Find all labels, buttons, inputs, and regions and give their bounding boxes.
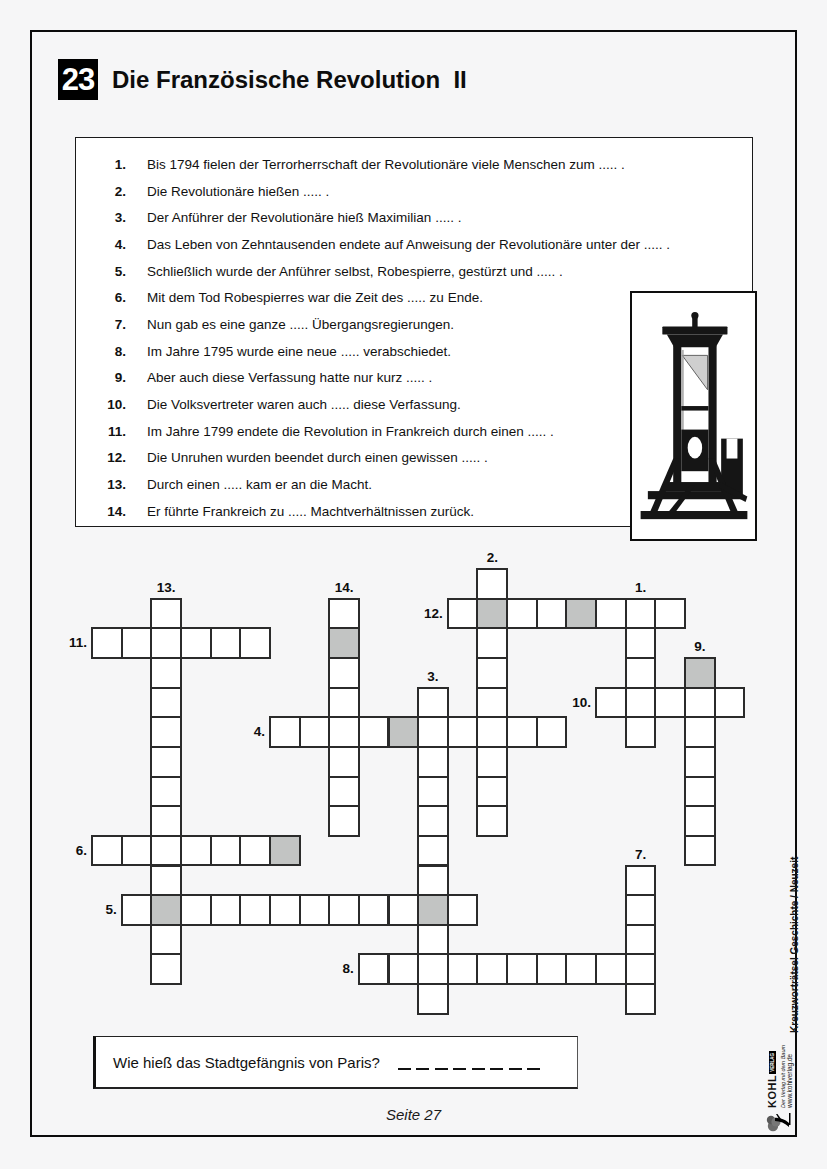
- clue-text: Die Unruhen wurden beendet durch einen g…: [126, 450, 488, 465]
- answer-blanks: [398, 1055, 546, 1070]
- grid-cell[interactable]: [536, 716, 568, 748]
- grid-cell[interactable]: [91, 835, 123, 867]
- grid-cell[interactable]: [417, 835, 449, 867]
- grid-cell[interactable]: [476, 687, 508, 719]
- grid-cell[interactable]: [150, 835, 182, 867]
- grid-cell[interactable]: [299, 894, 331, 926]
- grid-cell-solution[interactable]: [328, 627, 360, 659]
- clue-number: 7.: [76, 317, 126, 332]
- grid-cell[interactable]: [150, 598, 182, 630]
- grid-cell[interactable]: [595, 598, 627, 630]
- grid-cell[interactable]: [210, 835, 242, 867]
- grid-cell[interactable]: [595, 953, 627, 985]
- logo-verlag-badge: VERLAG: [769, 1051, 776, 1074]
- grid-cell[interactable]: [121, 835, 153, 867]
- grid-cell-solution[interactable]: [388, 716, 420, 748]
- clue-number: 8.: [76, 344, 126, 359]
- grid-cell[interactable]: [476, 953, 508, 985]
- grid-cell[interactable]: [150, 924, 182, 956]
- clue-item: 1.Bis 1794 fielen der Terrorherrschaft d…: [76, 151, 752, 178]
- grid-cell-solution[interactable]: [150, 894, 182, 926]
- guillotine-illustration: [637, 298, 751, 534]
- sidebar-rotated: KOHLVERLAG Der Verlag mit dem Baum www.k…: [762, 703, 827, 1133]
- grid-cell[interactable]: [625, 687, 657, 719]
- clue-number: 1.: [76, 157, 126, 172]
- grid-cell[interactable]: [150, 953, 182, 985]
- clue-text: Im Jahre 1795 wurde eine neue ..... vera…: [126, 344, 451, 359]
- grid-cell[interactable]: [210, 894, 242, 926]
- grid-cell[interactable]: [328, 687, 360, 719]
- grid-cell[interactable]: [447, 716, 479, 748]
- grid-cell[interactable]: [625, 983, 657, 1015]
- clue-text: Die Revolutionäre hießen ..... .: [126, 184, 329, 199]
- grid-cell-solution[interactable]: [684, 657, 716, 689]
- answer-blank[interactable]: [509, 1055, 522, 1070]
- grid-cell[interactable]: [417, 776, 449, 808]
- clue-text: Bis 1794 fielen der Terrorherrschaft der…: [126, 157, 625, 172]
- grid-cell[interactable]: [625, 716, 657, 748]
- grid-cell[interactable]: [714, 687, 746, 719]
- grid-cell[interactable]: [684, 835, 716, 867]
- answer-blank[interactable]: [527, 1055, 540, 1070]
- grid-cell[interactable]: [625, 627, 657, 659]
- grid-cell[interactable]: [684, 776, 716, 808]
- grid-cell[interactable]: [358, 894, 390, 926]
- clue-text: Der Anführer der Revolutionäre hieß Maxi…: [126, 210, 461, 225]
- answer-blank[interactable]: [398, 1055, 411, 1070]
- grid-cell[interactable]: [150, 657, 182, 689]
- tree-icon: [765, 1111, 791, 1133]
- grid-cell[interactable]: [447, 894, 479, 926]
- grid-cell[interactable]: [625, 894, 657, 926]
- clue-number: 3.: [76, 210, 126, 225]
- grid-cell[interactable]: [388, 894, 420, 926]
- grid-cell[interactable]: [476, 746, 508, 778]
- logo-url: www.kohlverlag.de: [786, 1045, 794, 1108]
- grid-cell[interactable]: [476, 627, 508, 659]
- grid-cell[interactable]: [358, 716, 390, 748]
- clue-number: 11.: [76, 424, 126, 439]
- clue-item: 2.Die Revolutionäre hießen ..... .: [76, 178, 752, 205]
- grid-cell[interactable]: [625, 657, 657, 689]
- grid-cell[interactable]: [536, 598, 568, 630]
- grid-cell[interactable]: [417, 687, 449, 719]
- clue-number: 10.: [76, 397, 126, 412]
- grid-cell[interactable]: [506, 953, 538, 985]
- clue-number-label: 4.: [225, 716, 265, 748]
- clue-number: 12.: [76, 450, 126, 465]
- grid-cell[interactable]: [180, 835, 212, 867]
- clue-number: 13.: [76, 477, 126, 492]
- answer-blank[interactable]: [490, 1055, 503, 1070]
- grid-cell[interactable]: [625, 865, 657, 897]
- clue-number-label: 12.: [403, 598, 443, 630]
- grid-cell[interactable]: [239, 627, 271, 659]
- clue-number-label: 11.: [47, 627, 87, 659]
- grid-cell[interactable]: [328, 746, 360, 778]
- grid-cell[interactable]: [565, 953, 597, 985]
- page-title: Die Französische Revolution II: [112, 66, 467, 94]
- grid-cell[interactable]: [625, 598, 657, 630]
- page-number: Seite 27: [30, 1106, 797, 1123]
- grid-cell[interactable]: [417, 716, 449, 748]
- grid-cell[interactable]: [417, 924, 449, 956]
- clue-text: Durch einen ..... kam er an die Macht.: [126, 477, 372, 492]
- grid-cell[interactable]: [150, 865, 182, 897]
- grid-cell[interactable]: [150, 805, 182, 837]
- grid-cell[interactable]: [476, 716, 508, 748]
- clue-text: Die Volksvertreter waren auch ..... dies…: [126, 397, 461, 412]
- clue-number: 9.: [76, 370, 126, 385]
- grid-cell[interactable]: [447, 598, 479, 630]
- clue-number-label: 14.: [324, 580, 364, 595]
- grid-cell[interactable]: [269, 894, 301, 926]
- grid-cell-solution[interactable]: [565, 598, 597, 630]
- clue-number-label: 2.: [472, 550, 512, 565]
- clue-item: 3.Der Anführer der Revolutionäre hieß Ma…: [76, 204, 752, 231]
- clue-text: Er führte Frankreich zu ..... Machtverhä…: [126, 504, 474, 519]
- grid-cell[interactable]: [328, 776, 360, 808]
- grid-cell[interactable]: [328, 894, 360, 926]
- grid-cell[interactable]: [388, 953, 420, 985]
- grid-cell[interactable]: [476, 568, 508, 600]
- grid-cell[interactable]: [506, 716, 538, 748]
- logo-kohl-label: KOHL: [766, 1075, 778, 1108]
- grid-cell[interactable]: [417, 805, 449, 837]
- grid-cell[interactable]: [476, 805, 508, 837]
- grid-cell[interactable]: [180, 894, 212, 926]
- worksheet-number-badge: 23: [58, 59, 98, 100]
- grid-cell[interactable]: [417, 865, 449, 897]
- grid-cell[interactable]: [269, 716, 301, 748]
- grid-cell[interactable]: [417, 953, 449, 985]
- grid-cell[interactable]: [150, 687, 182, 719]
- clue-number: 6.: [76, 290, 126, 305]
- kohl-logo: KOHLVERLAG Der Verlag mit dem Baum www.k…: [762, 1045, 794, 1133]
- clue-text: Das Leben von Zehntausenden endete auf A…: [126, 237, 670, 252]
- clue-number-label: 8.: [314, 953, 354, 985]
- clue-number-label: 1.: [621, 580, 661, 595]
- grid-cell[interactable]: [684, 805, 716, 837]
- grid-cell[interactable]: [684, 746, 716, 778]
- grid-cell[interactable]: [417, 983, 449, 1015]
- crossword-grid: 1.2.3.4.5.6.7.8.9.10.11.12.13.14.: [91, 568, 747, 1017]
- grid-cell[interactable]: [536, 953, 568, 985]
- grid-cell[interactable]: [328, 598, 360, 630]
- clue-number: 4.: [76, 237, 126, 252]
- clue-number-label: 6.: [47, 835, 87, 867]
- grid-cell[interactable]: [150, 716, 182, 748]
- clue-number: 2.: [76, 184, 126, 199]
- sidebar-series-line: Kreuzworträtsel Geschichte / Neuzeit: [788, 712, 801, 1033]
- grid-cell[interactable]: [595, 687, 627, 719]
- grid-cell[interactable]: [476, 657, 508, 689]
- guillotine-image-box: [630, 291, 757, 541]
- grid-cell[interactable]: [180, 627, 212, 659]
- grid-cell[interactable]: [121, 894, 153, 926]
- grid-cell[interactable]: [625, 953, 657, 985]
- grid-cell[interactable]: [506, 598, 538, 630]
- grid-cell[interactable]: [684, 716, 716, 748]
- grid-cell[interactable]: [447, 953, 479, 985]
- clue-number-label: 13.: [146, 580, 186, 595]
- grid-cell[interactable]: [150, 746, 182, 778]
- grid-cell[interactable]: [417, 746, 449, 778]
- clue-number-label: 10.: [551, 687, 591, 719]
- grid-cell[interactable]: [328, 805, 360, 837]
- answer-blank[interactable]: [453, 1055, 466, 1070]
- clue-number-label: 7.: [621, 847, 661, 862]
- grid-cell[interactable]: [150, 627, 182, 659]
- grid-cell[interactable]: [476, 776, 508, 808]
- grid-cell[interactable]: [239, 894, 271, 926]
- answer-blank[interactable]: [472, 1055, 485, 1070]
- grid-cell[interactable]: [121, 627, 153, 659]
- grid-cell[interactable]: [654, 598, 686, 630]
- grid-cell-solution[interactable]: [417, 894, 449, 926]
- answer-blank[interactable]: [435, 1055, 448, 1070]
- grid-cell[interactable]: [684, 687, 716, 719]
- clue-number: 14.: [76, 504, 126, 519]
- grid-cell[interactable]: [239, 835, 271, 867]
- grid-cell[interactable]: [150, 776, 182, 808]
- answer-box: Wie hieß das Stadtgefängnis von Paris?: [93, 1036, 578, 1089]
- grid-cell[interactable]: [654, 687, 686, 719]
- clue-text: Mit dem Tod Robespierres war die Zeit de…: [126, 290, 483, 305]
- clue-number-label: 3.: [413, 669, 453, 684]
- grid-cell-solution[interactable]: [269, 835, 301, 867]
- clue-text: Schließlich wurde der Anführer selbst, R…: [126, 264, 563, 279]
- clue-text: Nun gab es eine ganze ..... Übergangsreg…: [126, 317, 454, 332]
- grid-cell[interactable]: [299, 716, 331, 748]
- grid-cell[interactable]: [210, 627, 242, 659]
- answer-blank[interactable]: [416, 1055, 429, 1070]
- clue-number-label: 9.: [680, 639, 720, 654]
- grid-cell-solution[interactable]: [476, 598, 508, 630]
- clue-text: Im Jahre 1799 endete die Revolution in F…: [126, 424, 554, 439]
- clue-text: Aber auch diese Verfassung hatte nur kur…: [126, 370, 432, 385]
- grid-cell[interactable]: [328, 716, 360, 748]
- clue-number: 5.: [76, 264, 126, 279]
- grid-cell[interactable]: [358, 953, 390, 985]
- clue-item: 5.Schließlich wurde der Anführer selbst,…: [76, 258, 752, 285]
- clue-item: 4.Das Leben von Zehntausenden endete auf…: [76, 231, 752, 258]
- clue-number-label: 5.: [77, 894, 117, 926]
- grid-cell[interactable]: [328, 657, 360, 689]
- grid-cell[interactable]: [625, 924, 657, 956]
- grid-cell[interactable]: [91, 627, 123, 659]
- answer-question: Wie hieß das Stadtgefängnis von Paris?: [113, 1054, 380, 1071]
